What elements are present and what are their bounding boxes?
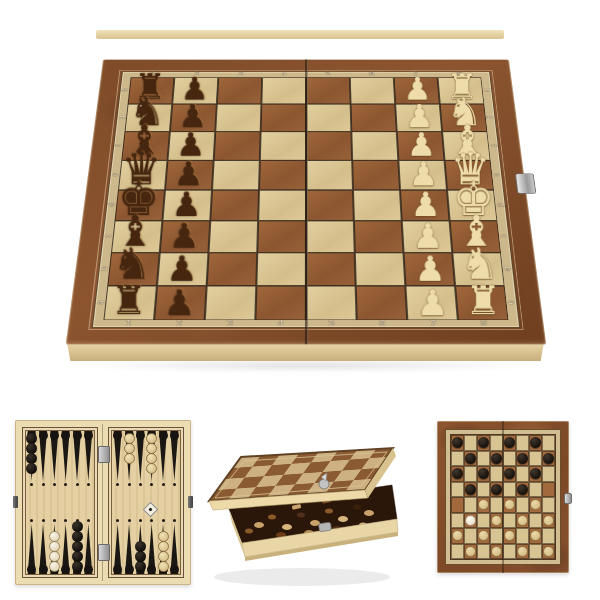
point-cap-dot [159,431,168,440]
backgammon-checker-black[interactable] [72,551,83,562]
board-square[interactable] [212,160,260,190]
board-square[interactable] [306,160,353,190]
checker-piece-cream[interactable] [478,530,489,541]
backgammon-checker-black[interactable] [72,521,83,532]
checker-piece-cream[interactable] [530,499,541,510]
board-square[interactable] [352,160,400,190]
checker-piece-cream[interactable] [517,546,528,557]
backgammon-checker-black[interactable] [72,561,83,572]
backgammon-checker-white[interactable] [49,561,60,572]
hinge-icon [98,446,110,463]
board-square[interactable] [214,132,261,161]
point-tip-dot [150,483,153,486]
board-square[interactable] [356,286,408,320]
point-tip-dot [53,519,56,522]
board-square[interactable] [205,286,257,320]
chess-piece-light-r[interactable]: ♜ [458,255,509,320]
checker-piece-black[interactable] [504,437,515,448]
board-square[interactable] [350,77,395,104]
checker-piece-cream[interactable] [504,530,515,541]
point-cap-dot [84,565,93,574]
point-tip-dot [42,483,45,486]
chess-board-3d: 1234567812345678hgfedcbahgfedcba♜♞♝♛♚♝♞♜… [66,60,546,345]
board-square[interactable] [351,104,397,132]
point-cap-dot [170,565,179,574]
checker-piece-black[interactable] [530,468,541,479]
backgammon-checker-black[interactable] [135,551,146,562]
chess-piece-light-p[interactable]: ♟ [407,255,458,320]
coordinate-label: 4 [275,71,294,77]
backgammon-checker-cream[interactable] [158,551,169,562]
box-shadow [214,568,390,586]
point-tip-dot [173,483,176,486]
point-tip-dot [30,519,33,522]
backgammon-checker-black[interactable] [135,561,146,572]
point-cap-dot [170,431,179,440]
backgammon-checker-black[interactable] [26,463,37,474]
board-square[interactable] [217,77,262,104]
point-cap-dot [125,565,134,574]
backgammon-checker-white[interactable] [49,541,60,552]
board-square[interactable] [261,77,306,104]
point-tip-dot [150,519,153,522]
board-square[interactable] [257,221,306,253]
checker-piece-black[interactable] [530,437,541,448]
point-tip-dot [128,519,131,522]
board-square[interactable] [355,253,406,286]
checker-piece-black[interactable] [543,453,554,464]
board-square[interactable] [306,286,357,320]
point-cap-dot [73,431,82,440]
point-tip-dot [139,483,142,486]
checkers-latch-icon [564,493,572,504]
checker-piece-black[interactable] [491,453,502,464]
point-tip-dot [42,519,45,522]
checker-piece-white[interactable] [465,515,476,526]
checker-piece-cream[interactable] [465,546,476,557]
product-photo-page: { "title": "Folding wooden 3-in-1 chess,… [0,0,600,600]
checker-piece-cream[interactable] [543,546,554,557]
clasp-icon [188,496,193,508]
point-tip-dot [128,483,131,486]
board-square[interactable] [306,221,355,253]
checker-piece-cream[interactable] [491,515,502,526]
point-tip-dot [173,519,176,522]
backgammon-left-half [22,427,98,578]
point-tip-dot [162,483,165,486]
board-square[interactable] [208,221,258,253]
backgammon-checker-cream[interactable] [158,541,169,552]
clasp-plate-icon [319,522,332,532]
checker-piece-black[interactable] [478,437,489,448]
point-cap-dot [136,431,145,440]
folded-box-inset[interactable] [197,427,407,599]
board-square[interactable] [260,132,306,161]
backgammon-checker-cream[interactable] [158,561,169,572]
checker-piece-black[interactable] [478,468,489,479]
board-square[interactable] [306,104,351,132]
board-square[interactable] [207,253,258,286]
board-square[interactable] [351,132,398,161]
checker-piece-cream[interactable] [478,499,489,510]
chess-piece-dark-r[interactable]: ♜ [103,255,154,320]
coordinate-label: 3 [231,71,250,77]
board-square[interactable] [306,190,354,221]
point-cap-dot [39,565,48,574]
board-square[interactable] [261,104,306,132]
coordinate-label: 5 [319,71,338,77]
checker-piece-black[interactable] [465,453,476,464]
board-square[interactable] [306,253,356,286]
board-square[interactable] [255,286,306,320]
point-tip-dot [64,519,67,522]
checker-piece-black[interactable] [452,468,463,479]
checker-piece-cream[interactable] [504,499,515,510]
clasp-icon [13,496,18,508]
backgammon-right-half [108,427,184,578]
checker-piece-cream[interactable] [543,515,554,526]
point-tip-dot [53,483,56,486]
board-square[interactable] [258,190,306,221]
point-tip-dot [116,519,119,522]
board-square[interactable] [259,160,306,190]
point-tip-dot [64,483,67,486]
board-latch-icon[interactable] [515,173,537,193]
hinge-icon [98,544,110,561]
point-tip-dot [116,483,119,486]
board-square[interactable] [215,104,261,132]
board-square[interactable] [256,253,306,286]
backgammon-checker-black[interactable] [72,541,83,552]
backgammon-checker-cream[interactable] [124,453,135,464]
checker-piece-cream[interactable] [530,530,541,541]
checker-piece-black[interactable] [517,484,528,495]
point-cap-dot [50,431,59,440]
board-square[interactable] [210,190,259,221]
checker-piece-black[interactable] [517,453,528,464]
backgammon-inset[interactable] [15,420,191,585]
backgammon-checker-cream[interactable] [146,463,157,474]
board-square[interactable] [353,190,402,221]
checkers-fold-seam [502,421,504,573]
point-cap-dot [84,431,93,440]
board-square[interactable] [354,221,404,253]
point-cap-dot [39,431,48,440]
point-tip-dot [30,483,33,486]
chess-piece-dark-p[interactable]: ♟ [154,255,205,320]
point-tip-dot [76,483,79,486]
checker-piece-black[interactable] [491,484,502,495]
board-square[interactable] [306,132,352,161]
checker-piece-black[interactable] [452,437,463,448]
backgammon-checker-black[interactable] [72,531,83,542]
checkers-inset[interactable] [437,421,569,573]
main-chess-board-photo[interactable]: 1234567812345678hgfedcbahgfedcba♜♞♝♛♚♝♞♜… [86,0,526,410]
board-square[interactable] [306,77,351,104]
checker-piece-cream[interactable] [491,546,502,557]
checker-piece-black[interactable] [465,484,476,495]
checker-piece-cream[interactable] [517,515,528,526]
point-tip-dot [87,483,90,486]
checker-piece-cream[interactable] [452,530,463,541]
point-tip-dot [162,519,165,522]
board-fold-seam [305,60,308,345]
point-tip-dot [139,519,142,522]
checker-piece-black[interactable] [504,468,515,479]
clasp-icon [319,479,329,489]
backgammon-checker-white[interactable] [49,551,60,562]
backgammon-checker-cream[interactable] [158,531,169,542]
backgammon-checker-black[interactable] [135,541,146,552]
backgammon-checker-white[interactable] [49,531,60,542]
coordinate-label: 6 [362,71,381,77]
point-tip-dot [87,519,90,522]
